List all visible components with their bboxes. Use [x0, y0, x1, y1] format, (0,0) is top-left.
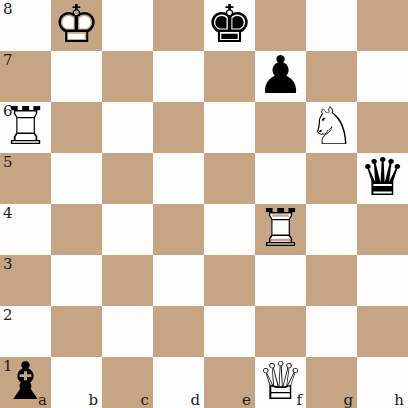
rank-label-2: 2: [3, 308, 13, 323]
square-b8[interactable]: ♚♔: [51, 0, 102, 51]
square-d3[interactable]: [153, 255, 204, 306]
square-h6[interactable]: [357, 102, 408, 153]
square-d2[interactable]: [153, 306, 204, 357]
white-rook[interactable]: ♜♖: [255, 204, 306, 255]
square-g1[interactable]: g: [306, 357, 357, 408]
square-d4[interactable]: [153, 204, 204, 255]
square-e4[interactable]: [204, 204, 255, 255]
square-c6[interactable]: [102, 102, 153, 153]
square-b4[interactable]: [51, 204, 102, 255]
white-rook-icon: ♖: [255, 204, 306, 255]
square-c8[interactable]: [102, 0, 153, 51]
square-b3[interactable]: [51, 255, 102, 306]
file-label-g: g: [343, 393, 353, 408]
black-pawn-icon: ♟: [255, 51, 306, 102]
file-label-e: e: [242, 393, 251, 408]
square-a6[interactable]: 6♜♖: [0, 102, 51, 153]
rank-label-4: 4: [3, 206, 13, 221]
chess-board: 8♚♔♚7♟6♜♖♞♘5♛4♜♖321a♝bcdef♛♕gh: [0, 0, 408, 408]
black-pawn[interactable]: ♟: [255, 51, 306, 102]
square-d7[interactable]: [153, 51, 204, 102]
square-h3[interactable]: [357, 255, 408, 306]
square-b1[interactable]: b: [51, 357, 102, 408]
square-h1[interactable]: h: [357, 357, 408, 408]
square-g6[interactable]: ♞♘: [306, 102, 357, 153]
square-b2[interactable]: [51, 306, 102, 357]
square-h4[interactable]: [357, 204, 408, 255]
file-label-h: h: [394, 393, 404, 408]
square-c5[interactable]: [102, 153, 153, 204]
square-f1[interactable]: f♛♕: [255, 357, 306, 408]
black-queen-icon: ♛: [357, 153, 408, 204]
white-queen[interactable]: ♛♕: [255, 357, 306, 408]
square-b6[interactable]: [51, 102, 102, 153]
square-g8[interactable]: [306, 0, 357, 51]
square-b5[interactable]: [51, 153, 102, 204]
white-knight[interactable]: ♞♘: [306, 102, 357, 153]
square-h5[interactable]: ♛: [357, 153, 408, 204]
square-f7[interactable]: ♟: [255, 51, 306, 102]
square-e6[interactable]: [204, 102, 255, 153]
rank-label-8: 8: [3, 2, 13, 17]
white-knight-icon: ♘: [306, 102, 357, 153]
square-h8[interactable]: [357, 0, 408, 51]
square-e5[interactable]: [204, 153, 255, 204]
square-c1[interactable]: c: [102, 357, 153, 408]
square-a8[interactable]: 8: [0, 0, 51, 51]
square-d6[interactable]: [153, 102, 204, 153]
black-bishop[interactable]: ♝: [0, 357, 51, 408]
square-f6[interactable]: [255, 102, 306, 153]
file-label-c: c: [141, 393, 149, 408]
square-f4[interactable]: ♜♖: [255, 204, 306, 255]
square-g4[interactable]: [306, 204, 357, 255]
square-f2[interactable]: [255, 306, 306, 357]
rank-label-3: 3: [3, 257, 13, 272]
black-bishop-icon: ♝: [0, 357, 51, 408]
square-g5[interactable]: [306, 153, 357, 204]
file-label-b: b: [88, 393, 98, 408]
square-f5[interactable]: [255, 153, 306, 204]
square-e1[interactable]: e: [204, 357, 255, 408]
square-e3[interactable]: [204, 255, 255, 306]
square-g3[interactable]: [306, 255, 357, 306]
square-g7[interactable]: [306, 51, 357, 102]
square-f8[interactable]: [255, 0, 306, 51]
square-a2[interactable]: 2: [0, 306, 51, 357]
square-a1[interactable]: 1a♝: [0, 357, 51, 408]
square-d1[interactable]: d: [153, 357, 204, 408]
rank-label-7: 7: [3, 53, 13, 68]
square-e7[interactable]: [204, 51, 255, 102]
white-king-icon: ♔: [51, 0, 102, 51]
square-a3[interactable]: 3: [0, 255, 51, 306]
square-c4[interactable]: [102, 204, 153, 255]
square-c2[interactable]: [102, 306, 153, 357]
black-queen[interactable]: ♛: [357, 153, 408, 204]
black-king-icon: ♚: [204, 0, 255, 51]
square-c7[interactable]: [102, 51, 153, 102]
square-a4[interactable]: 4: [0, 204, 51, 255]
file-label-d: d: [190, 393, 200, 408]
square-b7[interactable]: [51, 51, 102, 102]
square-f3[interactable]: [255, 255, 306, 306]
square-e2[interactable]: [204, 306, 255, 357]
white-king[interactable]: ♚♔: [51, 0, 102, 51]
square-c3[interactable]: [102, 255, 153, 306]
white-rook[interactable]: ♜♖: [0, 102, 51, 153]
square-h2[interactable]: [357, 306, 408, 357]
white-queen-icon: ♕: [255, 357, 306, 408]
rank-label-5: 5: [3, 155, 13, 170]
square-g2[interactable]: [306, 306, 357, 357]
square-a7[interactable]: 7: [0, 51, 51, 102]
square-d5[interactable]: [153, 153, 204, 204]
square-h7[interactable]: [357, 51, 408, 102]
white-rook-icon: ♖: [0, 102, 51, 153]
square-a5[interactable]: 5: [0, 153, 51, 204]
black-king[interactable]: ♚: [204, 0, 255, 51]
square-d8[interactable]: [153, 0, 204, 51]
square-e8[interactable]: ♚: [204, 0, 255, 51]
